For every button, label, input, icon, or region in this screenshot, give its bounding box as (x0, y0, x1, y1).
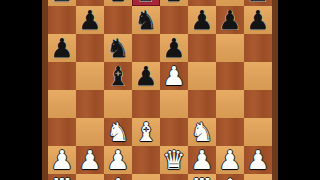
square-c4[interactable] (104, 90, 132, 118)
piece-black-pawn: ♟ (246, 6, 269, 34)
chess-board: ♜♝♛♚♜♟♞♟♟♟♟♞♟♝♟♟♞♝♞♟♟♟♛♟♟♟♜♝♜♚ (42, 0, 278, 180)
square-a7[interactable] (48, 6, 76, 34)
square-b5[interactable] (76, 62, 104, 90)
square-f2[interactable]: ♟ (188, 146, 216, 174)
square-g5[interactable] (216, 62, 244, 90)
square-c5[interactable]: ♝ (104, 62, 132, 90)
piece-black-pawn: ♟ (218, 6, 241, 34)
piece-white-knight: ♞ (190, 118, 213, 146)
square-e5[interactable]: ♟ (160, 62, 188, 90)
square-a2[interactable]: ♟ (48, 146, 76, 174)
piece-white-queen: ♛ (162, 146, 185, 174)
piece-white-knight: ♞ (106, 118, 129, 146)
piece-white-pawn: ♟ (106, 146, 129, 174)
square-g2[interactable]: ♟ (216, 146, 244, 174)
square-a5[interactable] (48, 62, 76, 90)
square-e2[interactable]: ♛ (160, 146, 188, 174)
piece-black-knight: ♞ (134, 6, 157, 34)
square-g3[interactable] (216, 118, 244, 146)
square-a4[interactable] (48, 90, 76, 118)
square-d3[interactable]: ♝ (132, 118, 160, 146)
square-f5[interactable] (188, 62, 216, 90)
piece-black-pawn: ♟ (190, 6, 213, 34)
square-c3[interactable]: ♞ (104, 118, 132, 146)
square-d4[interactable] (132, 90, 160, 118)
piece-white-pawn: ♟ (190, 146, 213, 174)
video-frame: ♜♝♛♚♜♟♞♟♟♟♟♞♟♝♟♟♞♝♞♟♟♟♛♟♟♟♜♝♜♚ (0, 0, 320, 180)
piece-white-pawn: ♟ (246, 146, 269, 174)
square-h4[interactable] (244, 90, 272, 118)
square-h2[interactable]: ♟ (244, 146, 272, 174)
square-c7[interactable] (104, 6, 132, 34)
square-b2[interactable]: ♟ (76, 146, 104, 174)
square-e7[interactable] (160, 6, 188, 34)
square-b6[interactable] (76, 34, 104, 62)
square-d5[interactable]: ♟ (132, 62, 160, 90)
square-g6[interactable] (216, 34, 244, 62)
square-d2[interactable] (132, 146, 160, 174)
square-d7[interactable]: ♞ (132, 6, 160, 34)
letterbox-right (278, 0, 320, 180)
square-e6[interactable]: ♟ (160, 34, 188, 62)
square-f4[interactable] (188, 90, 216, 118)
square-a1[interactable]: ♜ (48, 174, 76, 180)
square-f7[interactable]: ♟ (188, 6, 216, 34)
square-h3[interactable] (244, 118, 272, 146)
piece-white-pawn: ♟ (50, 146, 73, 174)
square-e4[interactable] (160, 90, 188, 118)
square-g1[interactable]: ♚ (216, 174, 244, 180)
piece-black-bishop: ♝ (106, 62, 129, 90)
piece-white-bishop: ♝ (106, 174, 129, 180)
square-g4[interactable] (216, 90, 244, 118)
square-f6[interactable] (188, 34, 216, 62)
square-c2[interactable]: ♟ (104, 146, 132, 174)
square-b3[interactable] (76, 118, 104, 146)
piece-white-pawn: ♟ (218, 146, 241, 174)
square-d1[interactable] (132, 174, 160, 180)
square-a3[interactable] (48, 118, 76, 146)
piece-white-rook: ♜ (190, 174, 213, 180)
piece-black-pawn: ♟ (162, 34, 185, 62)
piece-black-pawn: ♟ (134, 62, 157, 90)
square-h7[interactable]: ♟ (244, 6, 272, 34)
square-e3[interactable] (160, 118, 188, 146)
square-d6[interactable] (132, 34, 160, 62)
piece-white-bishop: ♝ (134, 118, 157, 146)
board-grid: ♜♝♛♚♜♟♞♟♟♟♟♞♟♝♟♟♞♝♞♟♟♟♛♟♟♟♜♝♜♚ (48, 0, 272, 180)
letterbox-left (0, 0, 42, 180)
piece-white-pawn: ♟ (162, 62, 185, 90)
square-c6[interactable]: ♞ (104, 34, 132, 62)
square-a6[interactable]: ♟ (48, 34, 76, 62)
square-h6[interactable] (244, 34, 272, 62)
square-c1[interactable]: ♝ (104, 174, 132, 180)
piece-white-rook: ♜ (50, 174, 73, 180)
square-b4[interactable] (76, 90, 104, 118)
piece-black-knight: ♞ (106, 34, 129, 62)
square-f3[interactable]: ♞ (188, 118, 216, 146)
square-h5[interactable] (244, 62, 272, 90)
square-e1[interactable] (160, 174, 188, 180)
square-b1[interactable] (76, 174, 104, 180)
piece-white-king: ♚ (218, 174, 241, 180)
piece-white-pawn: ♟ (78, 146, 101, 174)
square-h1[interactable] (244, 174, 272, 180)
piece-black-pawn: ♟ (78, 6, 101, 34)
square-b7[interactable]: ♟ (76, 6, 104, 34)
piece-black-pawn: ♟ (50, 34, 73, 62)
square-g7[interactable]: ♟ (216, 6, 244, 34)
square-f1[interactable]: ♜ (188, 174, 216, 180)
